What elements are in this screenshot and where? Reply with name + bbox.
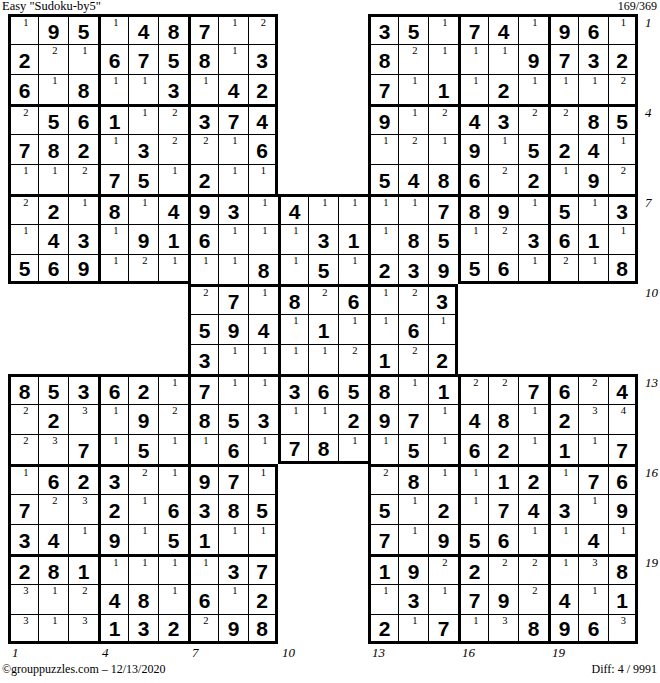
cell-r9c19[interactable]: 2 — [548, 254, 578, 284]
cell-r21c8[interactable]: 9 — [218, 614, 248, 644]
cell-r14c21[interactable]: 4 — [608, 404, 638, 434]
cell-r3c3[interactable]: 8 — [68, 74, 98, 104]
cell-r3c9[interactable]: 2 — [248, 74, 278, 104]
cell-r8c10[interactable]: 1 — [278, 224, 308, 254]
cell-r9c21[interactable]: 8 — [608, 254, 638, 284]
cell-r9c7[interactable]: 1 — [188, 254, 218, 284]
cell-r7c6[interactable]: 4 — [158, 194, 188, 224]
cell-r19c9[interactable]: 7 — [248, 554, 278, 584]
cell-r8c5[interactable]: 9 — [128, 224, 158, 254]
cell-r2c3[interactable]: 1 — [68, 44, 98, 74]
cell-r12c11[interactable]: 1 — [308, 344, 338, 374]
cell-r17c21[interactable]: 9 — [608, 494, 638, 524]
cell-r8c17[interactable]: 2 — [488, 224, 518, 254]
cell-r21c6[interactable]: 2 — [158, 614, 188, 644]
cell-r3c4[interactable]: 1 — [98, 74, 128, 104]
cell-r9c16[interactable]: 5 — [458, 254, 488, 284]
cell-r5c17[interactable]: 1 — [488, 134, 518, 164]
cell-r20c3[interactable]: 2 — [68, 584, 98, 614]
cell-r4c8[interactable]: 7 — [218, 104, 248, 134]
cell-r9c11[interactable]: 5 — [308, 254, 338, 284]
cell-r13c15[interactable]: 1 — [428, 374, 458, 404]
cell-r17c15[interactable]: 2 — [428, 494, 458, 524]
cell-r13c3[interactable]: 3 — [68, 374, 98, 404]
cell-r4c16[interactable]: 4 — [458, 104, 488, 134]
cell-r16c16[interactable]: 1 — [458, 464, 488, 494]
cell-r4c15[interactable]: 2 — [428, 104, 458, 134]
cell-r8c4[interactable]: 1 — [98, 224, 128, 254]
cell-r17c14[interactable]: 1 — [398, 494, 428, 524]
cell-r6c3[interactable]: 2 — [68, 164, 98, 194]
cell-r14c15[interactable]: 1 — [428, 404, 458, 434]
cell-r5c9[interactable]: 6 — [248, 134, 278, 164]
cell-r9c18[interactable]: 1 — [518, 254, 548, 284]
cell-r18c4[interactable]: 9 — [98, 524, 128, 554]
cell-r4c21[interactable]: 5 — [608, 104, 638, 134]
cell-r5c21[interactable]: 1 — [608, 134, 638, 164]
cell-r2c20[interactable]: 3 — [578, 44, 608, 74]
cell-r17c9[interactable]: 5 — [248, 494, 278, 524]
cell-r9c17[interactable]: 6 — [488, 254, 518, 284]
cell-r8c9[interactable]: 1 — [248, 224, 278, 254]
cell-r10c10[interactable]: 8 — [278, 284, 308, 314]
cell-r21c5[interactable]: 3 — [128, 614, 158, 644]
cell-r2c17[interactable]: 1 — [488, 44, 518, 74]
cell-r6c8[interactable]: 1 — [218, 164, 248, 194]
cell-r19c3[interactable]: 1 — [68, 554, 98, 584]
cell-r16c17[interactable]: 1 — [488, 464, 518, 494]
cell-r13c14[interactable]: 1 — [398, 374, 428, 404]
cell-r1c6[interactable]: 8 — [158, 14, 188, 44]
cell-r3c1[interactable]: 6 — [8, 74, 38, 104]
cell-r13c19[interactable]: 6 — [548, 374, 578, 404]
cell-r2c18[interactable]: 9 — [518, 44, 548, 74]
cell-r18c15[interactable]: 9 — [428, 524, 458, 554]
cell-r8c15[interactable]: 5 — [428, 224, 458, 254]
cell-r18c9[interactable]: 1 — [248, 524, 278, 554]
cell-r6c13[interactable]: 5 — [368, 164, 398, 194]
cell-r1c3[interactable]: 5 — [68, 14, 98, 44]
cell-r7c12[interactable]: 1 — [338, 194, 368, 224]
cell-r12c13[interactable]: 1 — [368, 344, 398, 374]
cell-r13c20[interactable]: 2 — [578, 374, 608, 404]
cell-r15c4[interactable]: 1 — [98, 434, 128, 464]
cell-r17c2[interactable]: 2 — [38, 494, 68, 524]
cell-r6c1[interactable]: 1 — [8, 164, 38, 194]
cell-r13c12[interactable]: 5 — [338, 374, 368, 404]
cell-r15c16[interactable]: 6 — [458, 434, 488, 464]
cell-r4c4[interactable]: 1 — [98, 104, 128, 134]
cell-r14c10[interactable]: 1 — [278, 404, 308, 434]
cell-r13c4[interactable]: 6 — [98, 374, 128, 404]
cell-r17c6[interactable]: 6 — [158, 494, 188, 524]
cell-r12c7[interactable]: 3 — [188, 344, 218, 374]
cell-r20c20[interactable]: 1 — [578, 584, 608, 614]
cell-r7c10[interactable]: 4 — [278, 194, 308, 224]
cell-r11c13[interactable]: 1 — [368, 314, 398, 344]
cell-r14c8[interactable]: 5 — [218, 404, 248, 434]
cell-r6c16[interactable]: 6 — [458, 164, 488, 194]
cell-r5c16[interactable]: 9 — [458, 134, 488, 164]
cell-r19c6[interactable]: 1 — [158, 554, 188, 584]
cell-r10c14[interactable]: 2 — [398, 284, 428, 314]
cell-r18c21[interactable]: 1 — [608, 524, 638, 554]
cell-r12c8[interactable]: 1 — [218, 344, 248, 374]
cell-r19c4[interactable]: 1 — [98, 554, 128, 584]
cell-r15c5[interactable]: 5 — [128, 434, 158, 464]
cell-r7c9[interactable]: 1 — [248, 194, 278, 224]
cell-r18c18[interactable]: 1 — [518, 524, 548, 554]
cell-r19c13[interactable]: 1 — [368, 554, 398, 584]
cell-r21c9[interactable]: 8 — [248, 614, 278, 644]
cell-r15c3[interactable]: 7 — [68, 434, 98, 464]
cell-r9c20[interactable]: 1 — [578, 254, 608, 284]
cell-r1c8[interactable]: 1 — [218, 14, 248, 44]
cell-r18c17[interactable]: 6 — [488, 524, 518, 554]
cell-r21c14[interactable]: 1 — [398, 614, 428, 644]
cell-r9c3[interactable]: 9 — [68, 254, 98, 284]
cell-r9c2[interactable]: 6 — [38, 254, 68, 284]
cell-r12c9[interactable]: 1 — [248, 344, 278, 374]
cell-r16c7[interactable]: 9 — [188, 464, 218, 494]
cell-r13c10[interactable]: 3 — [278, 374, 308, 404]
cell-r7c4[interactable]: 8 — [98, 194, 128, 224]
cell-r3c14[interactable]: 1 — [398, 74, 428, 104]
cell-r12c10[interactable]: 1 — [278, 344, 308, 374]
cell-r14c11[interactable]: 1 — [308, 404, 338, 434]
cell-r15c2[interactable]: 3 — [38, 434, 68, 464]
cell-r14c4[interactable]: 1 — [98, 404, 128, 434]
cell-r17c1[interactable]: 7 — [8, 494, 38, 524]
cell-r16c9[interactable]: 1 — [248, 464, 278, 494]
cell-r2c15[interactable]: 1 — [428, 44, 458, 74]
cell-r16c13[interactable]: 2 — [368, 464, 398, 494]
cell-r8c19[interactable]: 6 — [548, 224, 578, 254]
cell-r15c21[interactable]: 7 — [608, 434, 638, 464]
cell-r15c9[interactable]: 1 — [248, 434, 278, 464]
cell-r8c12[interactable]: 1 — [338, 224, 368, 254]
cell-r13c9[interactable]: 1 — [248, 374, 278, 404]
cell-r10c8[interactable]: 7 — [218, 284, 248, 314]
cell-r13c17[interactable]: 2 — [488, 374, 518, 404]
cell-r1c2[interactable]: 9 — [38, 14, 68, 44]
cell-r15c15[interactable]: 1 — [428, 434, 458, 464]
cell-r3c7[interactable]: 1 — [188, 74, 218, 104]
cell-r2c19[interactable]: 7 — [548, 44, 578, 74]
cell-r16c20[interactable]: 7 — [578, 464, 608, 494]
cell-r19c18[interactable]: 2 — [518, 554, 548, 584]
cell-r21c16[interactable]: 1 — [458, 614, 488, 644]
cell-r7c5[interactable]: 1 — [128, 194, 158, 224]
cell-r20c8[interactable]: 1 — [218, 584, 248, 614]
cell-r5c19[interactable]: 2 — [548, 134, 578, 164]
cell-r9c9[interactable]: 8 — [248, 254, 278, 284]
cell-r15c6[interactable]: 1 — [158, 434, 188, 464]
cell-r20c18[interactable]: 2 — [518, 584, 548, 614]
cell-r16c5[interactable]: 2 — [128, 464, 158, 494]
cell-r2c21[interactable]: 2 — [608, 44, 638, 74]
cell-r18c13[interactable]: 7 — [368, 524, 398, 554]
cell-r14c3[interactable]: 3 — [68, 404, 98, 434]
cell-r8c16[interactable]: 1 — [458, 224, 488, 254]
cell-r9c13[interactable]: 2 — [368, 254, 398, 284]
cell-r4c17[interactable]: 3 — [488, 104, 518, 134]
cell-r9c8[interactable]: 1 — [218, 254, 248, 284]
cell-r10c13[interactable]: 1 — [368, 284, 398, 314]
cell-r1c20[interactable]: 6 — [578, 14, 608, 44]
cell-r8c1[interactable]: 1 — [8, 224, 38, 254]
cell-r15c17[interactable]: 2 — [488, 434, 518, 464]
cell-r4c9[interactable]: 4 — [248, 104, 278, 134]
cell-r14c13[interactable]: 9 — [368, 404, 398, 434]
cell-r3c2[interactable]: 1 — [38, 74, 68, 104]
cell-r11c14[interactable]: 6 — [398, 314, 428, 344]
cell-r19c20[interactable]: 3 — [578, 554, 608, 584]
cell-r4c7[interactable]: 3 — [188, 104, 218, 134]
cell-r1c14[interactable]: 5 — [398, 14, 428, 44]
cell-r17c17[interactable]: 7 — [488, 494, 518, 524]
cell-r18c8[interactable]: 1 — [218, 524, 248, 554]
cell-r1c5[interactable]: 4 — [128, 14, 158, 44]
cell-r17c7[interactable]: 3 — [188, 494, 218, 524]
cell-r7c21[interactable]: 3 — [608, 194, 638, 224]
cell-r19c2[interactable]: 8 — [38, 554, 68, 584]
cell-r2c13[interactable]: 8 — [368, 44, 398, 74]
cell-r17c5[interactable]: 1 — [128, 494, 158, 524]
cell-r3c13[interactable]: 7 — [368, 74, 398, 104]
cell-r9c1[interactable]: 5 — [8, 254, 38, 284]
cell-r3c17[interactable]: 2 — [488, 74, 518, 104]
cell-r19c7[interactable]: 1 — [188, 554, 218, 584]
cell-r7c15[interactable]: 7 — [428, 194, 458, 224]
cell-r19c16[interactable]: 2 — [458, 554, 488, 584]
cell-r1c7[interactable]: 7 — [188, 14, 218, 44]
cell-r7c8[interactable]: 3 — [218, 194, 248, 224]
cell-r18c16[interactable]: 5 — [458, 524, 488, 554]
cell-r18c19[interactable]: 1 — [548, 524, 578, 554]
cell-r1c9[interactable]: 2 — [248, 14, 278, 44]
cell-r1c19[interactable]: 9 — [548, 14, 578, 44]
cell-r15c11[interactable]: 8 — [308, 434, 338, 464]
cell-r5c14[interactable]: 2 — [398, 134, 428, 164]
cell-r4c3[interactable]: 6 — [68, 104, 98, 134]
cell-r4c20[interactable]: 8 — [578, 104, 608, 134]
cell-r6c5[interactable]: 5 — [128, 164, 158, 194]
cell-r13c7[interactable]: 7 — [188, 374, 218, 404]
cell-r16c1[interactable]: 1 — [8, 464, 38, 494]
cell-r14c12[interactable]: 2 — [338, 404, 368, 434]
cell-r3c18[interactable]: 1 — [518, 74, 548, 104]
cell-r11c9[interactable]: 4 — [248, 314, 278, 344]
cell-r10c7[interactable]: 2 — [188, 284, 218, 314]
cell-r14c5[interactable]: 9 — [128, 404, 158, 434]
cell-r16c3[interactable]: 2 — [68, 464, 98, 494]
cell-r18c7[interactable]: 1 — [188, 524, 218, 554]
cell-r2c7[interactable]: 8 — [188, 44, 218, 74]
cell-r2c2[interactable]: 2 — [38, 44, 68, 74]
cell-r8c13[interactable]: 1 — [368, 224, 398, 254]
cell-r4c5[interactable]: 1 — [128, 104, 158, 134]
cell-r6c14[interactable]: 4 — [398, 164, 428, 194]
cell-r8c21[interactable]: 1 — [608, 224, 638, 254]
cell-r11c10[interactable]: 1 — [278, 314, 308, 344]
cell-r21c4[interactable]: 1 — [98, 614, 128, 644]
cell-r18c6[interactable]: 5 — [158, 524, 188, 554]
cell-r1c21[interactable]: 1 — [608, 14, 638, 44]
cell-r20c19[interactable]: 4 — [548, 584, 578, 614]
cell-r14c7[interactable]: 8 — [188, 404, 218, 434]
cell-r5c5[interactable]: 3 — [128, 134, 158, 164]
cell-r5c18[interactable]: 5 — [518, 134, 548, 164]
cell-r16c18[interactable]: 2 — [518, 464, 548, 494]
cell-r7c16[interactable]: 8 — [458, 194, 488, 224]
cell-r2c16[interactable]: 1 — [458, 44, 488, 74]
cell-r18c1[interactable]: 3 — [8, 524, 38, 554]
cell-r5c3[interactable]: 2 — [68, 134, 98, 164]
cell-r3c16[interactable]: 1 — [458, 74, 488, 104]
cell-r13c8[interactable]: 1 — [218, 374, 248, 404]
cell-r20c14[interactable]: 3 — [398, 584, 428, 614]
cell-r2c8[interactable]: 1 — [218, 44, 248, 74]
cell-r16c4[interactable]: 3 — [98, 464, 128, 494]
cell-r1c15[interactable]: 1 — [428, 14, 458, 44]
cell-r21c21[interactable]: 3 — [608, 614, 638, 644]
cell-r6c2[interactable]: 1 — [38, 164, 68, 194]
cell-r17c4[interactable]: 2 — [98, 494, 128, 524]
cell-r16c19[interactable]: 1 — [548, 464, 578, 494]
cell-r20c6[interactable]: 1 — [158, 584, 188, 614]
cell-r13c2[interactable]: 5 — [38, 374, 68, 404]
cell-r20c1[interactable]: 3 — [8, 584, 38, 614]
cell-r2c14[interactable]: 2 — [398, 44, 428, 74]
cell-r8c2[interactable]: 4 — [38, 224, 68, 254]
cell-r20c21[interactable]: 1 — [608, 584, 638, 614]
cell-r20c17[interactable]: 9 — [488, 584, 518, 614]
cell-r6c17[interactable]: 2 — [488, 164, 518, 194]
cell-r15c13[interactable]: 1 — [368, 434, 398, 464]
cell-r6c15[interactable]: 8 — [428, 164, 458, 194]
cell-r8c8[interactable]: 1 — [218, 224, 248, 254]
cell-r21c13[interactable]: 2 — [368, 614, 398, 644]
cell-r1c1[interactable]: 1 — [8, 14, 38, 44]
cell-r6c19[interactable]: 1 — [548, 164, 578, 194]
cell-r17c3[interactable]: 3 — [68, 494, 98, 524]
cell-r7c13[interactable]: 1 — [368, 194, 398, 224]
cell-r14c18[interactable]: 1 — [518, 404, 548, 434]
cell-r7c20[interactable]: 1 — [578, 194, 608, 224]
cell-r15c7[interactable]: 1 — [188, 434, 218, 464]
cell-r20c7[interactable]: 6 — [188, 584, 218, 614]
cell-r6c9[interactable]: 1 — [248, 164, 278, 194]
cell-r3c21[interactable]: 2 — [608, 74, 638, 104]
cell-r16c21[interactable]: 6 — [608, 464, 638, 494]
cell-r11c15[interactable]: 1 — [428, 314, 458, 344]
cell-r7c1[interactable]: 2 — [8, 194, 38, 224]
cell-r5c2[interactable]: 8 — [38, 134, 68, 164]
cell-r5c13[interactable]: 1 — [368, 134, 398, 164]
cell-r18c14[interactable]: 1 — [398, 524, 428, 554]
cell-r19c17[interactable]: 2 — [488, 554, 518, 584]
cell-r15c10[interactable]: 7 — [278, 434, 308, 464]
cell-r16c14[interactable]: 8 — [398, 464, 428, 494]
cell-r9c10[interactable]: 1 — [278, 254, 308, 284]
cell-r10c15[interactable]: 3 — [428, 284, 458, 314]
cell-r5c6[interactable]: 2 — [158, 134, 188, 164]
cell-r6c21[interactable]: 2 — [608, 164, 638, 194]
cell-r1c18[interactable]: 1 — [518, 14, 548, 44]
cell-r5c15[interactable]: 1 — [428, 134, 458, 164]
cell-r4c14[interactable]: 1 — [398, 104, 428, 134]
cell-r14c6[interactable]: 2 — [158, 404, 188, 434]
cell-r14c14[interactable]: 7 — [398, 404, 428, 434]
cell-r15c12[interactable]: 1 — [338, 434, 368, 464]
cell-r11c12[interactable]: 1 — [338, 314, 368, 344]
cell-r3c8[interactable]: 4 — [218, 74, 248, 104]
cell-r5c4[interactable]: 1 — [98, 134, 128, 164]
cell-r4c13[interactable]: 9 — [368, 104, 398, 134]
cell-r8c7[interactable]: 6 — [188, 224, 218, 254]
cell-r20c5[interactable]: 8 — [128, 584, 158, 614]
cell-r16c15[interactable]: 1 — [428, 464, 458, 494]
cell-r2c5[interactable]: 7 — [128, 44, 158, 74]
cell-r4c1[interactable]: 2 — [8, 104, 38, 134]
cell-r14c9[interactable]: 3 — [248, 404, 278, 434]
cell-r15c14[interactable]: 5 — [398, 434, 428, 464]
cell-r10c11[interactable]: 2 — [308, 284, 338, 314]
cell-r16c6[interactable]: 1 — [158, 464, 188, 494]
cell-r1c17[interactable]: 4 — [488, 14, 518, 44]
cell-r19c14[interactable]: 9 — [398, 554, 428, 584]
cell-r18c3[interactable]: 1 — [68, 524, 98, 554]
cell-r13c16[interactable]: 2 — [458, 374, 488, 404]
cell-r21c3[interactable]: 3 — [68, 614, 98, 644]
cell-r4c2[interactable]: 5 — [38, 104, 68, 134]
cell-r7c14[interactable]: 1 — [398, 194, 428, 224]
cell-r15c18[interactable]: 1 — [518, 434, 548, 464]
cell-r9c14[interactable]: 3 — [398, 254, 428, 284]
cell-r19c8[interactable]: 3 — [218, 554, 248, 584]
cell-r20c13[interactable]: 1 — [368, 584, 398, 614]
cell-r4c18[interactable]: 2 — [518, 104, 548, 134]
cell-r19c19[interactable]: 1 — [548, 554, 578, 584]
cell-r16c8[interactable]: 7 — [218, 464, 248, 494]
cell-r4c6[interactable]: 2 — [158, 104, 188, 134]
cell-r9c12[interactable]: 1 — [338, 254, 368, 284]
cell-r17c13[interactable]: 5 — [368, 494, 398, 524]
cell-r11c11[interactable]: 1 — [308, 314, 338, 344]
cell-r19c15[interactable]: 2 — [428, 554, 458, 584]
cell-r9c5[interactable]: 2 — [128, 254, 158, 284]
cell-r21c18[interactable]: 8 — [518, 614, 548, 644]
cell-r10c9[interactable]: 1 — [248, 284, 278, 314]
cell-r21c1[interactable]: 3 — [8, 614, 38, 644]
cell-r6c4[interactable]: 7 — [98, 164, 128, 194]
cell-r21c20[interactable]: 6 — [578, 614, 608, 644]
cell-r8c3[interactable]: 3 — [68, 224, 98, 254]
cell-r6c7[interactable]: 2 — [188, 164, 218, 194]
cell-r14c1[interactable]: 2 — [8, 404, 38, 434]
cell-r8c11[interactable]: 3 — [308, 224, 338, 254]
cell-r5c1[interactable]: 7 — [8, 134, 38, 164]
cell-r12c12[interactable]: 2 — [338, 344, 368, 374]
cell-r1c4[interactable]: 1 — [98, 14, 128, 44]
cell-r17c20[interactable]: 1 — [578, 494, 608, 524]
cell-r14c17[interactable]: 8 — [488, 404, 518, 434]
cell-r2c6[interactable]: 5 — [158, 44, 188, 74]
cell-r3c19[interactable]: 1 — [548, 74, 578, 104]
cell-r20c2[interactable]: 1 — [38, 584, 68, 614]
cell-r1c13[interactable]: 3 — [368, 14, 398, 44]
